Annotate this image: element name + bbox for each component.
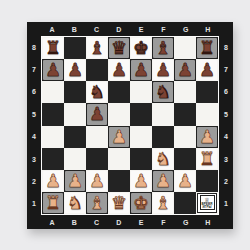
- square-b6[interactable]: [64, 81, 86, 103]
- square-a8[interactable]: ♜: [42, 37, 64, 59]
- white-rook-h3: ♜: [196, 148, 218, 170]
- square-h1[interactable]: ♕ВРЕМЯИГРЫ: [196, 192, 218, 214]
- rank-label-right-6: 6: [219, 81, 233, 103]
- square-f1[interactable]: ♝: [152, 192, 174, 214]
- square-e4[interactable]: [130, 126, 152, 148]
- square-c6[interactable]: ♞: [86, 81, 108, 103]
- square-e6[interactable]: [130, 81, 152, 103]
- square-a6[interactable]: [42, 81, 64, 103]
- white-pawn-d4: ♟: [108, 126, 130, 148]
- square-c8[interactable]: ♝: [86, 37, 108, 59]
- black-pawn-a7: ♟: [42, 59, 64, 81]
- square-b8[interactable]: [64, 37, 86, 59]
- file-label-top-h: H: [197, 22, 219, 36]
- square-b7[interactable]: ♟: [64, 59, 86, 81]
- square-h6[interactable]: [196, 81, 218, 103]
- file-label-bottom-f: F: [152, 215, 174, 229]
- square-f3[interactable]: ♞: [152, 148, 174, 170]
- square-b2[interactable]: ♟: [64, 170, 86, 192]
- white-king-e1: ♚: [130, 192, 152, 214]
- file-label-bottom-g: G: [175, 215, 197, 229]
- square-d2[interactable]: [108, 170, 130, 192]
- square-f6[interactable]: ♞: [152, 81, 174, 103]
- file-labels-top: ABCDEFGH: [41, 22, 219, 36]
- white-pawn-h4: ♟: [196, 126, 218, 148]
- black-knight-c6: ♞: [86, 81, 108, 103]
- square-h8[interactable]: ♜: [196, 37, 218, 59]
- black-pawn-c5: ♟: [86, 103, 108, 125]
- square-g4[interactable]: [174, 126, 196, 148]
- square-g7[interactable]: ♟: [174, 59, 196, 81]
- square-e2[interactable]: ♟: [130, 170, 152, 192]
- white-pawn-e2: ♟: [130, 170, 152, 192]
- rank-labels-left: 87654321: [27, 36, 41, 215]
- file-labels-bottom: ABCDEFGH: [41, 215, 219, 229]
- square-c5[interactable]: ♟: [86, 103, 108, 125]
- file-label-top-f: F: [152, 22, 174, 36]
- square-d7[interactable]: ♟: [108, 59, 130, 81]
- white-queen-d1: ♛: [108, 192, 130, 214]
- black-rook-a8: ♜: [42, 37, 64, 59]
- square-a4[interactable]: [42, 126, 64, 148]
- white-knight-b1: ♞: [64, 192, 86, 214]
- square-c4[interactable]: [86, 126, 108, 148]
- white-bishop-c1: ♝: [86, 192, 108, 214]
- white-pawn-c2: ♟: [86, 170, 108, 192]
- square-d1[interactable]: ♛: [108, 192, 130, 214]
- file-label-bottom-a: A: [41, 215, 63, 229]
- square-d8[interactable]: ♛: [108, 37, 130, 59]
- file-label-top-b: B: [63, 22, 85, 36]
- square-b5[interactable]: [64, 103, 86, 125]
- file-label-top-g: G: [175, 22, 197, 36]
- square-d5[interactable]: [108, 103, 130, 125]
- square-a7[interactable]: ♟: [42, 59, 64, 81]
- file-label-top-a: A: [41, 22, 63, 36]
- square-g1[interactable]: [174, 192, 196, 214]
- black-king-e8: ♚: [130, 37, 152, 59]
- file-label-bottom-e: E: [130, 215, 152, 229]
- rank-label-left-4: 4: [27, 126, 41, 148]
- rank-label-left-7: 7: [27, 58, 41, 80]
- brand-logo-text-line2: ИГРЫ: [203, 206, 212, 209]
- black-pawn-f7: ♟: [152, 59, 174, 81]
- white-pawn-g2: ♟: [174, 170, 196, 192]
- square-a2[interactable]: ♟: [42, 170, 64, 192]
- black-pawn-d7: ♟: [108, 59, 130, 81]
- white-pawn-a2: ♟: [42, 170, 64, 192]
- square-h7[interactable]: ♟: [196, 59, 218, 81]
- file-label-bottom-h: H: [197, 215, 219, 229]
- photo-background: ABCDEFGH ABCDEFGH 87654321 87654321 ♜♝♛♚…: [0, 0, 250, 250]
- square-a3[interactable]: [42, 148, 64, 170]
- rank-label-left-2: 2: [27, 170, 41, 192]
- square-e8[interactable]: ♚: [130, 37, 152, 59]
- brand-logo-card: ♕ВРЕМЯИГРЫ: [197, 193, 217, 213]
- square-h5[interactable]: [196, 103, 218, 125]
- square-c2[interactable]: ♟: [86, 170, 108, 192]
- square-e7[interactable]: ♟: [130, 59, 152, 81]
- rank-label-right-5: 5: [219, 103, 233, 125]
- rank-label-right-4: 4: [219, 126, 233, 148]
- rank-label-left-3: 3: [27, 148, 41, 170]
- file-label-bottom-d: D: [108, 215, 130, 229]
- square-e5[interactable]: [130, 103, 152, 125]
- square-g2[interactable]: ♟: [174, 170, 196, 192]
- brand-logo-emblem: ♕ВРЕМЯИГРЫ: [200, 195, 215, 210]
- board-grid: ♜♝♛♚♝♜♟♟♟♟♟♟♟♞♞♟♟♟♞♜♟♟♟♟♟♟♜♞♝♛♚♝♕ВРЕМЯИГ…: [41, 36, 219, 215]
- square-h2[interactable]: [196, 170, 218, 192]
- square-d4[interactable]: ♟: [108, 126, 130, 148]
- file-label-top-e: E: [130, 22, 152, 36]
- rank-label-right-2: 2: [219, 170, 233, 192]
- square-f8[interactable]: ♝: [152, 37, 174, 59]
- square-a5[interactable]: [42, 103, 64, 125]
- rank-label-right-7: 7: [219, 58, 233, 80]
- rank-label-right-1: 1: [219, 193, 233, 215]
- black-bishop-c8: ♝: [86, 37, 108, 59]
- square-g5[interactable]: [174, 103, 196, 125]
- square-e3[interactable]: [130, 148, 152, 170]
- square-e1[interactable]: ♚: [130, 192, 152, 214]
- square-h3[interactable]: ♜: [196, 148, 218, 170]
- square-f4[interactable]: [152, 126, 174, 148]
- square-g6[interactable]: [174, 81, 196, 103]
- white-pawn-b2: ♟: [64, 170, 86, 192]
- rank-labels-right: 87654321: [219, 36, 233, 215]
- square-g3[interactable]: [174, 148, 196, 170]
- square-b4[interactable]: [64, 126, 86, 148]
- white-rook-a1: ♜: [42, 192, 64, 214]
- black-knight-f6: ♞: [152, 81, 174, 103]
- square-f5[interactable]: [152, 103, 174, 125]
- rank-label-left-5: 5: [27, 103, 41, 125]
- square-c7[interactable]: [86, 59, 108, 81]
- square-c1[interactable]: ♝: [86, 192, 108, 214]
- black-bishop-f8: ♝: [152, 37, 174, 59]
- black-rook-h8: ♜: [196, 37, 218, 59]
- square-a1[interactable]: ♜: [42, 192, 64, 214]
- square-f2[interactable]: ♟: [152, 170, 174, 192]
- square-d6[interactable]: [108, 81, 130, 103]
- black-pawn-h7: ♟: [196, 59, 218, 81]
- rank-label-left-8: 8: [27, 36, 41, 58]
- file-label-bottom-b: B: [63, 215, 85, 229]
- square-f7[interactable]: ♟: [152, 59, 174, 81]
- file-label-top-d: D: [108, 22, 130, 36]
- rank-label-left-1: 1: [27, 193, 41, 215]
- chess-demo-board: ABCDEFGH ABCDEFGH 87654321 87654321 ♜♝♛♚…: [27, 22, 233, 229]
- rank-label-left-6: 6: [27, 81, 41, 103]
- square-c3[interactable]: [86, 148, 108, 170]
- black-pawn-e7: ♟: [130, 59, 152, 81]
- rank-label-right-3: 3: [219, 148, 233, 170]
- square-b3[interactable]: [64, 148, 86, 170]
- white-bishop-f1: ♝: [152, 192, 174, 214]
- black-pawn-g7: ♟: [174, 59, 196, 81]
- white-pawn-f2: ♟: [152, 170, 174, 192]
- square-b1[interactable]: ♞: [64, 192, 86, 214]
- square-d3[interactable]: [108, 148, 130, 170]
- square-g8[interactable]: [174, 37, 196, 59]
- white-knight-f3: ♞: [152, 148, 174, 170]
- black-queen-d8: ♛: [108, 37, 130, 59]
- rank-label-right-8: 8: [219, 36, 233, 58]
- black-pawn-b7: ♟: [64, 59, 86, 81]
- square-h4[interactable]: ♟: [196, 126, 218, 148]
- file-label-top-c: C: [86, 22, 108, 36]
- file-label-bottom-c: C: [86, 215, 108, 229]
